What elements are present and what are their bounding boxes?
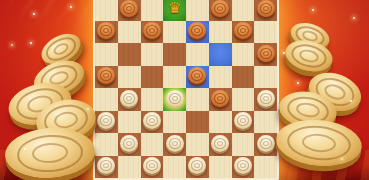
- square-r4c4[interactable]: [163, 66, 186, 89]
- square-r2c7[interactable]: [232, 21, 255, 44]
- square-r2c3[interactable]: [141, 21, 164, 44]
- square-r5c4[interactable]: [163, 88, 186, 111]
- square-r1c8[interactable]: [254, 0, 277, 21]
- square-r6c2[interactable]: [118, 111, 141, 134]
- orange-piece[interactable]: [211, 90, 229, 107]
- orange-piece[interactable]: [97, 67, 115, 84]
- square-r4c6[interactable]: [209, 66, 232, 89]
- square-r2c6[interactable]: [209, 21, 232, 44]
- square-r5c7[interactable]: [232, 88, 255, 111]
- square-r5c6[interactable]: [209, 88, 232, 111]
- square-r1c7[interactable]: [232, 0, 255, 21]
- sparkle: [353, 17, 355, 19]
- square-r3c3[interactable]: [141, 43, 164, 66]
- white-piece[interactable]: [257, 90, 275, 107]
- white-piece[interactable]: [188, 157, 206, 174]
- square-r3c5[interactable]: [186, 43, 209, 66]
- orange-piece[interactable]: [257, 45, 275, 62]
- white-piece[interactable]: [97, 157, 115, 174]
- square-r2c1[interactable]: [95, 21, 118, 44]
- white-piece[interactable]: [257, 135, 275, 152]
- orange-piece[interactable]: [188, 22, 206, 39]
- sparkle: [30, 42, 32, 44]
- square-r6c3[interactable]: [141, 111, 164, 134]
- square-r2c2[interactable]: [118, 21, 141, 44]
- square-r8c4[interactable]: [163, 156, 186, 179]
- square-r5c2[interactable]: [118, 88, 141, 111]
- square-r6c6[interactable]: [209, 111, 232, 134]
- sparkle: [341, 158, 343, 160]
- white-piece[interactable]: [143, 157, 161, 174]
- square-r1c4[interactable]: ♛: [163, 0, 186, 21]
- white-piece[interactable]: [211, 135, 229, 152]
- square-r3c2[interactable]: [118, 43, 141, 66]
- square-r1c6[interactable]: [209, 0, 232, 21]
- sparkle: [96, 17, 98, 19]
- square-r7c2[interactable]: [118, 133, 141, 156]
- square-r2c5[interactable]: [186, 21, 209, 44]
- square-r6c5[interactable]: [186, 111, 209, 134]
- square-r7c4[interactable]: [163, 133, 186, 156]
- square-r4c5[interactable]: [186, 66, 209, 89]
- white-piece[interactable]: [234, 157, 252, 174]
- sparkle: [297, 82, 299, 84]
- square-r4c2[interactable]: [118, 66, 141, 89]
- sparkle: [24, 148, 26, 150]
- sparkle: [283, 52, 285, 54]
- white-piece[interactable]: [166, 135, 184, 152]
- square-r8c6[interactable]: [209, 156, 232, 179]
- white-piece-selected[interactable]: [166, 90, 184, 107]
- square-r7c6[interactable]: [209, 133, 232, 156]
- square-r5c5[interactable]: [186, 88, 209, 111]
- square-r3c8[interactable]: [254, 43, 277, 66]
- square-r8c1[interactable]: [95, 156, 118, 179]
- square-r3c4[interactable]: [163, 43, 186, 66]
- square-r8c5[interactable]: [186, 156, 209, 179]
- white-piece[interactable]: [120, 135, 138, 152]
- square-r6c1[interactable]: [95, 111, 118, 134]
- board-grid: ♛: [95, 0, 277, 178]
- square-r7c7[interactable]: [232, 133, 255, 156]
- square-r6c8[interactable]: [254, 111, 277, 134]
- white-piece[interactable]: [234, 112, 252, 129]
- square-r1c2[interactable]: [118, 0, 141, 21]
- square-r8c8[interactable]: [254, 156, 277, 179]
- sparkle: [312, 9, 314, 11]
- square-r7c1[interactable]: [95, 133, 118, 156]
- orange-piece[interactable]: [211, 0, 229, 17]
- orange-piece[interactable]: [188, 67, 206, 84]
- crown-icon: ♛: [168, 1, 181, 16]
- square-r5c1[interactable]: [95, 88, 118, 111]
- square-r6c7[interactable]: [232, 111, 255, 134]
- square-r7c5[interactable]: [186, 133, 209, 156]
- square-r5c8[interactable]: [254, 88, 277, 111]
- orange-piece[interactable]: [234, 22, 252, 39]
- square-r1c1[interactable]: [95, 0, 118, 21]
- square-r1c3[interactable]: [141, 0, 164, 21]
- square-r8c7[interactable]: [232, 156, 255, 179]
- orange-piece[interactable]: [143, 22, 161, 39]
- sparkle: [33, 13, 35, 15]
- square-r4c7[interactable]: [232, 66, 255, 89]
- square-r3c1[interactable]: [95, 43, 118, 66]
- square-r4c8[interactable]: [254, 66, 277, 89]
- square-r4c1[interactable]: [95, 66, 118, 89]
- sparkle: [87, 108, 89, 110]
- sparkle: [286, 129, 288, 131]
- square-r2c8[interactable]: [254, 21, 277, 44]
- orange-piece[interactable]: [97, 22, 115, 39]
- square-r8c3[interactable]: [141, 156, 164, 179]
- orange-piece[interactable]: [257, 0, 275, 17]
- white-piece[interactable]: [120, 90, 138, 107]
- square-r8c2[interactable]: [118, 156, 141, 179]
- sparkle: [350, 100, 352, 102]
- square-r3c7[interactable]: [232, 43, 255, 66]
- square-r7c8[interactable]: [254, 133, 277, 156]
- square-r7c3[interactable]: [141, 133, 164, 156]
- promo-scene: ♛: [0, 0, 369, 180]
- white-piece[interactable]: [143, 112, 161, 129]
- white-piece[interactable]: [97, 112, 115, 129]
- board: ♛: [93, 0, 279, 180]
- square-r1c5[interactable]: [186, 0, 209, 21]
- square-r5c3[interactable]: [141, 88, 164, 111]
- sparkle: [11, 44, 13, 46]
- orange-piece[interactable]: [120, 0, 138, 17]
- square-r6c4[interactable]: [163, 111, 186, 134]
- square-r4c3[interactable]: [141, 66, 164, 89]
- sparkle: [70, 6, 72, 8]
- square-r2c4[interactable]: [163, 21, 186, 44]
- square-r3c6[interactable]: [209, 43, 232, 66]
